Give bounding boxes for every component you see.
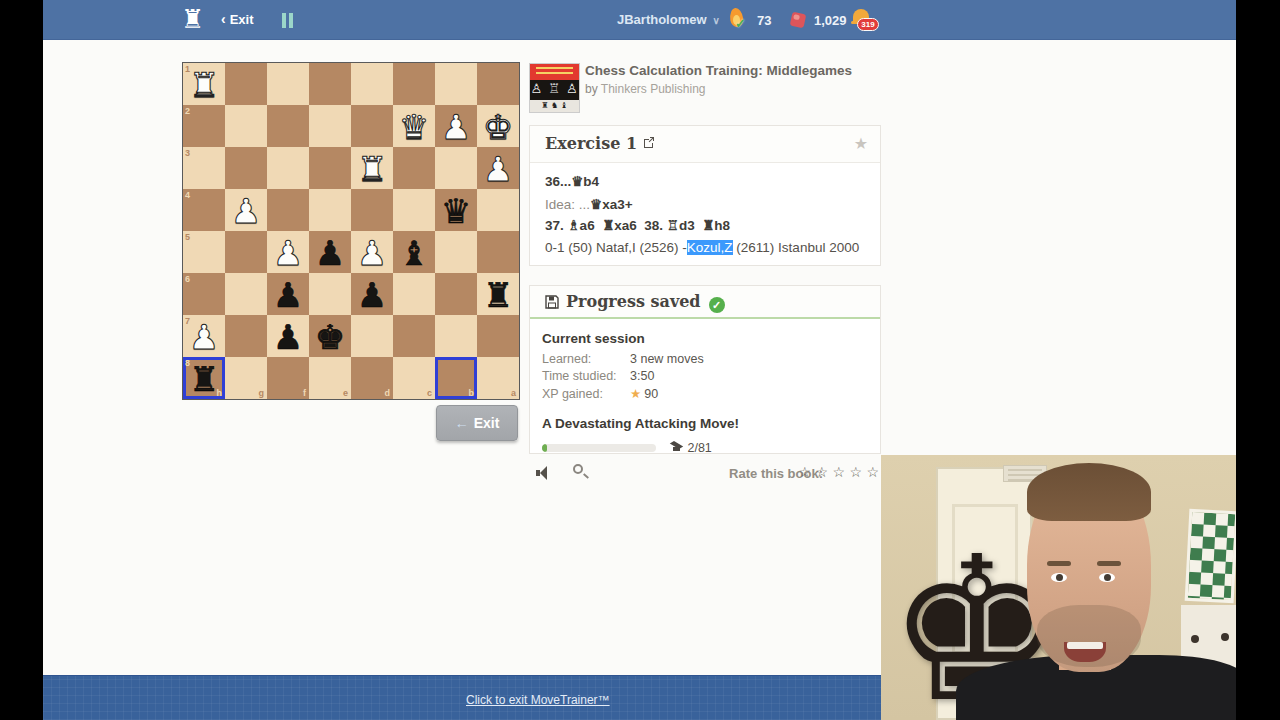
black-pawn[interactable]: ♟ <box>267 315 309 357</box>
square-f6[interactable]: ♟ <box>267 273 309 315</box>
square-e8[interactable]: e <box>309 357 351 399</box>
stage: ♜ ‹Exit JBartholomew∨ ✓ 73 1,029 319 1♜2… <box>0 0 1280 720</box>
square-d4[interactable] <box>351 189 393 231</box>
gem-icon <box>790 12 807 29</box>
square-h1[interactable]: 1♜ <box>183 63 225 105</box>
square-e3[interactable] <box>309 147 351 189</box>
square-b8[interactable]: b <box>435 357 477 399</box>
square-h6[interactable]: 6 <box>183 273 225 315</box>
square-a3[interactable]: ♟ <box>477 147 519 189</box>
webcam-video: ♚ <box>881 455 1236 720</box>
square-h2[interactable]: 2 <box>183 105 225 147</box>
notifications-badge: 319 <box>857 18 879 31</box>
chapter-title: A Devastating Attacking Move! <box>542 416 868 431</box>
rank-label: 5 <box>185 232 190 242</box>
rank-label: 2 <box>185 106 190 116</box>
square-g5[interactable] <box>225 231 267 273</box>
progress-card: Progress saved✓ Current session Learned:… <box>529 285 881 454</box>
person-hair <box>1027 463 1151 521</box>
square-d1[interactable] <box>351 63 393 105</box>
file-label: a <box>511 388 516 398</box>
rank-label: 6 <box>185 274 190 284</box>
streak-flame-icon: ✓ <box>727 8 745 30</box>
black-queen[interactable]: ♛ <box>435 189 477 231</box>
square-f3[interactable] <box>267 147 309 189</box>
session-row-learned: Learned:3 new moves <box>542 352 868 366</box>
square-a1[interactable] <box>477 63 519 105</box>
streak-count: 73 <box>757 13 771 28</box>
square-e7[interactable]: ♚ <box>309 315 351 357</box>
square-b7[interactable] <box>435 315 477 357</box>
square-c5[interactable]: ♝ <box>393 231 435 273</box>
white-king[interactable]: ♚ <box>477 105 519 147</box>
square-h7[interactable]: 7♟ <box>183 315 225 357</box>
file-label: b <box>469 388 475 398</box>
current-session: Current session Learned:3 new moves Time… <box>530 319 880 401</box>
square-c2[interactable]: ♛ <box>393 105 435 147</box>
progress-title: Progress saved <box>566 286 701 311</box>
square-a2[interactable]: ♚ <box>477 105 519 147</box>
black-rook[interactable]: ♜ <box>183 357 225 399</box>
file-label: f <box>303 388 306 398</box>
person-eye <box>1099 573 1115 582</box>
square-d7[interactable] <box>351 315 393 357</box>
save-floppy-icon <box>545 295 559 313</box>
pause-button[interactable] <box>282 13 296 28</box>
square-c6[interactable] <box>393 273 435 315</box>
rank-label: 4 <box>185 190 190 200</box>
square-h5[interactable]: 5 <box>183 231 225 273</box>
exercise-card: Exercise 1 ★ 36...♛b4 Idea: ...♛xa3+ 37.… <box>529 125 881 266</box>
square-c4[interactable] <box>393 189 435 231</box>
square-f5[interactable]: ♟ <box>267 231 309 273</box>
square-a4[interactable] <box>477 189 519 231</box>
move-list: 36...♛b4 Idea: ...♛xa3+ 37. ♗a6 ♜xa6 38.… <box>530 163 880 265</box>
book-title: Chess Calculation Training: Middlegames <box>585 63 885 78</box>
square-g3[interactable] <box>225 147 267 189</box>
chevron-down-icon: ∨ <box>713 15 720 26</box>
cover-caption: ♜ ♞ ♝ <box>530 100 579 112</box>
progress-header: Progress saved✓ <box>530 286 880 319</box>
black-pawn[interactable]: ♟ <box>309 231 351 273</box>
user-menu[interactable]: JBartholomew∨ <box>617 12 720 27</box>
wall-chessboard <box>1185 509 1236 603</box>
white-pawn[interactable]: ♟ <box>267 231 309 273</box>
speaker-mute-icon[interactable] <box>540 466 547 480</box>
file-label: g <box>259 388 265 398</box>
white-pawn[interactable]: ♟ <box>225 189 267 231</box>
favorite-star-icon[interactable]: ★ <box>854 134 868 153</box>
square-a6[interactable]: ♜ <box>477 273 519 315</box>
exit-link[interactable]: ‹Exit <box>221 11 254 27</box>
person-brow <box>1047 561 1071 566</box>
exercise-title: Exercise 1 <box>530 126 655 153</box>
file-label: e <box>343 388 348 398</box>
square-g6[interactable] <box>225 273 267 315</box>
square-a8[interactable]: a <box>477 357 519 399</box>
square-c7[interactable] <box>393 315 435 357</box>
game-result-line: 0-1 (50) Nataf,I (2526) -Kozul,Z (2611) … <box>545 240 865 255</box>
main-move: 36...♛b4 <box>545 173 865 189</box>
square-g4[interactable]: ♟ <box>225 189 267 231</box>
session-row-time: Time studied:3:50 <box>542 369 868 383</box>
session-row-xp: XP gained:★90 <box>542 386 868 401</box>
media-row: Rate this book: ☆ ☆ ☆ ☆ ☆ <box>529 464 881 486</box>
square-f7[interactable]: ♟ <box>267 315 309 357</box>
person-brow <box>1097 561 1121 566</box>
cover-pieces: ♙ ♖ ♙ <box>530 81 579 96</box>
black-bishop[interactable]: ♝ <box>393 231 435 273</box>
white-rook[interactable]: ♜ <box>183 63 225 105</box>
square-h3[interactable]: 3 <box>183 147 225 189</box>
square-g8[interactable]: g <box>225 357 267 399</box>
xp-star-icon: ★ <box>630 386 641 401</box>
square-c1[interactable] <box>393 63 435 105</box>
black-rook[interactable]: ♜ <box>477 273 519 315</box>
square-f8[interactable]: f <box>267 357 309 399</box>
chapter-progress-bar <box>542 444 656 452</box>
square-f2[interactable] <box>267 105 309 147</box>
square-a7[interactable] <box>477 315 519 357</box>
square-b5[interactable] <box>435 231 477 273</box>
back-chevron-icon: ‹ <box>221 11 226 27</box>
exit-movetrainer-link[interactable]: Click to exit MoveTrainer™ <box>466 693 610 707</box>
square-b1[interactable] <box>435 63 477 105</box>
file-label: d <box>385 388 391 398</box>
square-f4[interactable] <box>267 189 309 231</box>
white-pawn[interactable]: ♟ <box>435 105 477 147</box>
square-d3[interactable]: ♜ <box>351 147 393 189</box>
chess-board[interactable]: 1♜2♛♟♚3♜♟4♟♛5♟♟♟♝6♟♟♜7♟♟♚8h♜gfedcba <box>183 63 519 399</box>
square-b4[interactable]: ♛ <box>435 189 477 231</box>
left-arrow-icon: ← <box>455 415 469 431</box>
square-h4[interactable]: 4 <box>183 189 225 231</box>
session-title: Current session <box>542 331 868 346</box>
square-d6[interactable]: ♟ <box>351 273 393 315</box>
exercise-header: Exercise 1 ★ <box>530 126 880 163</box>
chapter-progress: A Devastating Attacking Move! 2/81 <box>530 404 880 456</box>
book-cover-thumbnail[interactable]: ♙ ♖ ♙ ♜ ♞ ♝ <box>529 63 580 113</box>
external-link-icon[interactable] <box>643 136 655 151</box>
white-rook[interactable]: ♜ <box>351 147 393 189</box>
exit-button[interactable]: ←Exit <box>436 405 518 441</box>
square-e6[interactable] <box>309 273 351 315</box>
cover-title-band <box>530 64 579 80</box>
green-check-icon: ✓ <box>709 297 725 313</box>
top-bar: ♜ ‹Exit JBartholomew∨ ✓ 73 1,029 319 <box>43 0 1236 40</box>
square-a5[interactable] <box>477 231 519 273</box>
square-c3[interactable] <box>393 147 435 189</box>
person-eye <box>1051 573 1067 582</box>
idea-line: Idea: ...♛xa3+ <box>545 196 865 212</box>
book-author: by Thinkers Publishing <box>585 82 706 96</box>
square-f1[interactable] <box>267 63 309 105</box>
square-h8[interactable]: 8h♜ <box>183 357 225 399</box>
square-d2[interactable] <box>351 105 393 147</box>
square-b3[interactable] <box>435 147 477 189</box>
square-b2[interactable]: ♟ <box>435 105 477 147</box>
square-d5[interactable]: ♟ <box>351 231 393 273</box>
file-label: c <box>427 388 432 398</box>
square-c8[interactable]: c <box>393 357 435 399</box>
publisher-link[interactable]: Thinkers Publishing <box>601 82 706 96</box>
square-g7[interactable] <box>225 315 267 357</box>
white-queen[interactable]: ♛ <box>393 105 435 147</box>
search-icon[interactable] <box>573 464 583 474</box>
continuation-line: 37. ♗a6 ♜xa6 38. ♖d3 ♜h8 <box>545 217 865 233</box>
rank-label: 3 <box>185 148 190 158</box>
white-pawn[interactable]: ♟ <box>351 231 393 273</box>
black-pawn[interactable]: ♟ <box>267 273 309 315</box>
square-b6[interactable] <box>435 273 477 315</box>
square-g1[interactable] <box>225 63 267 105</box>
square-e2[interactable] <box>309 105 351 147</box>
square-e1[interactable] <box>309 63 351 105</box>
black-pawn[interactable]: ♟ <box>351 273 393 315</box>
selected-text: Kozul,Z <box>687 240 733 255</box>
chapter-progress-count: 2/81 <box>670 441 711 455</box>
gem-count: 1,029 <box>814 13 847 28</box>
white-pawn[interactable]: ♟ <box>477 147 519 189</box>
square-g2[interactable] <box>225 105 267 147</box>
square-d8[interactable]: d <box>351 357 393 399</box>
rook-logo-icon: ♜ <box>181 4 204 34</box>
white-pawn[interactable]: ♟ <box>183 315 225 357</box>
square-e4[interactable] <box>309 189 351 231</box>
black-king[interactable]: ♚ <box>309 315 351 357</box>
rate-stars[interactable]: ☆ ☆ ☆ ☆ ☆ <box>798 464 879 480</box>
square-e5[interactable]: ♟ <box>309 231 351 273</box>
graduation-cap-icon <box>670 442 683 451</box>
